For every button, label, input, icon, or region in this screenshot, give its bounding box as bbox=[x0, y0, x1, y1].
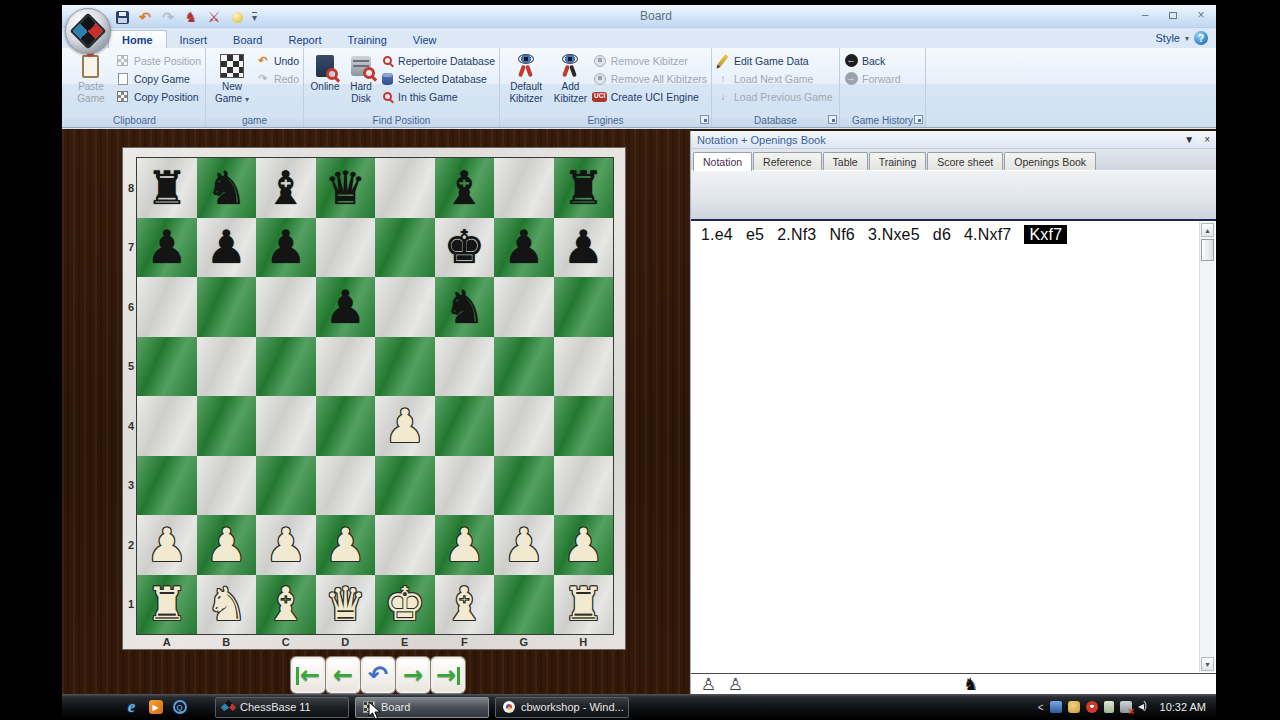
tray-expand-icon[interactable]: < bbox=[1038, 702, 1044, 713]
square-c1[interactable]: ♝C bbox=[256, 575, 316, 635]
back-circle-icon: ← bbox=[845, 54, 858, 67]
add-kibitzer-button[interactable]: Add Kibitzer bbox=[550, 51, 590, 106]
group-engines: Default Kibitzer Add Kibitzer Remove Kib… bbox=[500, 48, 712, 127]
search-computer-icon bbox=[316, 55, 334, 77]
back-button[interactable]: ← Back bbox=[844, 53, 901, 68]
mouse-cursor bbox=[368, 701, 382, 720]
square-g2[interactable]: ♟ bbox=[494, 515, 554, 575]
black-rook-piece: ♜ bbox=[146, 165, 187, 211]
group-game-history: ← Back → Forward Game History bbox=[840, 48, 926, 127]
group-label-game: game bbox=[206, 113, 303, 127]
file-label: E bbox=[375, 636, 435, 648]
forward-circle-icon: → bbox=[845, 72, 858, 85]
material-black-n: ♞ bbox=[963, 674, 978, 695]
square-d3[interactable] bbox=[316, 456, 376, 516]
black-bishop-piece: ♝ bbox=[265, 165, 306, 211]
black-knight-piece: ♞ bbox=[444, 284, 485, 330]
square-b2[interactable]: ♟ bbox=[197, 515, 257, 575]
group-database: Edit Game Data ↑ Load Next Game ↓ Load P… bbox=[712, 48, 840, 127]
move[interactable]: 3.Nxe5 bbox=[868, 226, 920, 243]
square-d6[interactable]: ♟ bbox=[316, 277, 376, 337]
qat-more-icon[interactable]: ▾ bbox=[252, 12, 257, 22]
browser-logo-icon bbox=[503, 701, 515, 713]
rank-label: 5 bbox=[126, 360, 136, 372]
undo-button[interactable]: ↶ Undo bbox=[256, 53, 299, 68]
new-game-dropdown-icon[interactable]: ▾ bbox=[245, 95, 249, 104]
square-a6[interactable]: 6 bbox=[137, 277, 197, 337]
tab-training-sheet[interactable]: Training bbox=[869, 152, 927, 170]
white-pawn-piece: ♟ bbox=[206, 522, 247, 568]
rank-label: 8 bbox=[126, 182, 136, 194]
move[interactable]: e5 bbox=[746, 226, 764, 243]
kibitzer-add-icon bbox=[559, 54, 581, 78]
file-label: D bbox=[316, 636, 376, 648]
previous-move-button[interactable]: ← bbox=[326, 657, 360, 693]
square-f6[interactable]: ♞ bbox=[435, 277, 495, 337]
tab-board[interactable]: Board bbox=[220, 31, 275, 48]
selected-database-button[interactable]: Selected Database bbox=[380, 71, 495, 86]
square-g4[interactable] bbox=[494, 396, 554, 456]
square-h6[interactable] bbox=[554, 277, 614, 337]
database-icon bbox=[382, 73, 393, 85]
square-e5[interactable] bbox=[375, 337, 435, 397]
kibitzer-remove-all-icon bbox=[594, 73, 606, 85]
square-d1[interactable]: ♛D bbox=[316, 575, 376, 635]
square-f1[interactable]: ♝F bbox=[435, 575, 495, 635]
white-king-piece: ♚ bbox=[384, 581, 425, 627]
takeback-button[interactable]: ↶ bbox=[361, 657, 395, 693]
system-tray: < 10:32 AM bbox=[1038, 701, 1216, 713]
black-pawn-piece: ♟ bbox=[146, 224, 187, 270]
group-find-position: Online Hard Disk Repertoire Database bbox=[304, 48, 500, 127]
go-to-end-button[interactable]: → bbox=[431, 657, 465, 693]
square-g5[interactable] bbox=[494, 337, 554, 397]
quick-launch: e ▶ Q bbox=[124, 700, 187, 715]
square-f8[interactable]: ♝ bbox=[435, 158, 495, 218]
group-game: New Game ▾ ↶ Undo ↷ Redo game bbox=[206, 48, 304, 127]
power-plug-icon[interactable] bbox=[1104, 701, 1114, 713]
square-h1[interactable]: ♜H bbox=[554, 575, 614, 635]
material-white-p: ♙ bbox=[701, 674, 716, 695]
square-g8[interactable] bbox=[494, 158, 554, 218]
file-label: A bbox=[137, 636, 197, 648]
copy-game-button[interactable]: Copy Game bbox=[116, 71, 201, 86]
chessbase-window: Board – × ↶ ↷ ♞ ⚔ ▾ Home Insert Board Re… bbox=[62, 5, 1216, 694]
move-navigation-bar: ← ← ↶ → → bbox=[291, 657, 465, 693]
square-a8[interactable]: ♜8 bbox=[137, 158, 197, 218]
group-clipboard: Paste Game Paste Position Copy Game bbox=[64, 48, 206, 127]
remove-all-kibitzers-button[interactable]: Remove All Kibitzers bbox=[593, 71, 707, 86]
search-red-icon bbox=[383, 92, 392, 101]
square-e4[interactable]: ♟ bbox=[375, 396, 435, 456]
rank-label: 6 bbox=[126, 301, 136, 313]
white-knight-piece: ♞ bbox=[206, 581, 247, 627]
square-f4[interactable] bbox=[435, 396, 495, 456]
black-pawn-piece: ♟ bbox=[325, 284, 366, 330]
position-grid-icon bbox=[117, 55, 128, 66]
tools-icon[interactable]: ⚔ bbox=[206, 9, 222, 25]
file-label: C bbox=[256, 636, 316, 648]
square-h4[interactable] bbox=[554, 396, 614, 456]
minimize-button[interactable]: – bbox=[1136, 8, 1154, 22]
kibitzer-icon[interactable]: ♞ bbox=[183, 9, 199, 25]
chessbase-logo-icon bbox=[70, 13, 107, 50]
tab-home[interactable]: Home bbox=[108, 30, 167, 48]
white-pawn-piece: ♟ bbox=[444, 522, 485, 568]
notation-panel: Notation + Openings Book ▼ × Notation Re… bbox=[690, 131, 1216, 694]
tab-insert[interactable]: Insert bbox=[167, 31, 221, 48]
screen: Board – × ↶ ↷ ♞ ⚔ ▾ Home Insert Board Re… bbox=[62, 5, 1216, 720]
position-grid-icon bbox=[117, 91, 128, 102]
square-g3[interactable] bbox=[494, 456, 554, 516]
square-d2[interactable]: ♟ bbox=[316, 515, 376, 575]
white-queen-piece: ♛ bbox=[325, 581, 366, 627]
black-pawn-piece: ♟ bbox=[265, 224, 306, 270]
white-pawn-piece: ♟ bbox=[325, 522, 366, 568]
square-c6[interactable] bbox=[256, 277, 316, 337]
load-next-game-button[interactable]: ↑ Load Next Game bbox=[716, 71, 833, 86]
black-bishop-piece: ♝ bbox=[444, 165, 485, 211]
notation-panel-header: Notation + Openings Book ▼ × bbox=[691, 131, 1216, 149]
search-disk-icon bbox=[351, 56, 371, 76]
square-a1[interactable]: ♜1A bbox=[137, 575, 197, 635]
notation-area[interactable]: 1.e4e52.Nf3Nf63.Nxe5d64.Nxf7Kxf7 ▲ ▼ bbox=[691, 219, 1216, 673]
chess-board[interactable]: ♜8♞♝♛♝♜♟7♟♟♚♟♟6♟♞54♟3♟2♟♟♟♟♟♟♜1A♞B♝C♛D♚E… bbox=[136, 157, 614, 635]
tray-security-icon[interactable] bbox=[1068, 701, 1080, 713]
square-h2[interactable]: ♟ bbox=[554, 515, 614, 575]
next-move-button[interactable]: → bbox=[396, 657, 430, 693]
square-e2[interactable] bbox=[375, 515, 435, 575]
panel-dropdown-icon[interactable]: ▼ bbox=[1184, 133, 1194, 147]
square-a2[interactable]: ♟2 bbox=[137, 515, 197, 575]
go-to-start-icon: ← bbox=[296, 663, 320, 687]
rank-label: 1 bbox=[126, 598, 136, 610]
undo-icon[interactable]: ↶ bbox=[137, 9, 153, 25]
white-pawn-piece: ♟ bbox=[265, 522, 306, 568]
engines-dialog-launcher[interactable] bbox=[700, 115, 709, 124]
square-h5[interactable] bbox=[554, 337, 614, 397]
repertoire-database-button[interactable]: Repertoire Database bbox=[380, 53, 495, 68]
white-pawn-piece: ♟ bbox=[384, 403, 425, 449]
forward-button[interactable]: → Forward bbox=[844, 71, 901, 86]
database-dialog-launcher[interactable] bbox=[828, 115, 837, 124]
square-a5[interactable]: 5 bbox=[137, 337, 197, 397]
white-pawn-piece: ♟ bbox=[503, 522, 544, 568]
new-board-icon bbox=[220, 54, 244, 78]
chessbase-logo-icon bbox=[221, 699, 237, 715]
square-c5[interactable] bbox=[256, 337, 316, 397]
panel-close-icon[interactable]: × bbox=[1204, 133, 1210, 147]
tab-table[interactable]: Table bbox=[823, 152, 868, 170]
bulb-icon[interactable] bbox=[229, 9, 245, 25]
load-previous-icon: ↓ bbox=[716, 90, 730, 103]
speaker-icon[interactable] bbox=[1138, 701, 1150, 713]
ribbon: Paste Game Paste Position Copy Game bbox=[62, 48, 1216, 128]
taskbar-button-chessbase[interactable]: ChessBase 11 bbox=[215, 697, 349, 718]
move[interactable]: 2.Nf3 bbox=[777, 226, 816, 243]
client-area: ♜8♞♝♛♝♜♟7♟♟♚♟♟6♟♞54♟3♟2♟♟♟♟♟♟♜1A♞B♝C♛D♚E… bbox=[62, 129, 1216, 694]
rank-label: 3 bbox=[126, 479, 136, 491]
taskbar: e ▶ Q ChessBase 11 Board cbworkshop - Wi… bbox=[62, 694, 1216, 720]
square-b3[interactable] bbox=[197, 456, 257, 516]
black-knight-piece: ♞ bbox=[206, 165, 247, 211]
move-list: 1.e4e52.Nf3Nf63.Nxe5d64.Nxf7Kxf7 bbox=[691, 221, 1216, 249]
taskbar-buttons: ChessBase 11 Board cbworkshop - Wind... bbox=[215, 697, 629, 718]
square-b1[interactable]: ♞B bbox=[197, 575, 257, 635]
previous-move-icon: ← bbox=[333, 663, 353, 687]
scroll-down-icon[interactable]: ▼ bbox=[1201, 657, 1214, 671]
white-bishop-piece: ♝ bbox=[265, 581, 306, 627]
square-h7[interactable]: ♟ bbox=[554, 218, 614, 278]
in-this-game-button[interactable]: In this Game bbox=[380, 89, 495, 104]
material-white-p: ♙ bbox=[728, 674, 743, 695]
next-move-icon: → bbox=[403, 663, 423, 687]
go-to-end-icon: → bbox=[436, 663, 460, 687]
tray-app-blue-icon[interactable] bbox=[1050, 701, 1062, 713]
help-icon[interactable]: ? bbox=[1194, 31, 1208, 45]
uci-badge-icon: UCI bbox=[592, 92, 607, 102]
square-f7[interactable]: ♚ bbox=[435, 218, 495, 278]
group-label-engines: Engines bbox=[500, 113, 711, 127]
square-f5[interactable] bbox=[435, 337, 495, 397]
takeback-icon: ↶ bbox=[368, 663, 388, 687]
tab-report[interactable]: Report bbox=[275, 31, 334, 48]
file-label: H bbox=[554, 636, 614, 648]
move[interactable]: d6 bbox=[933, 226, 951, 243]
tab-notation[interactable]: Notation bbox=[693, 152, 752, 171]
redo-button[interactable]: ↷ Redo bbox=[256, 71, 299, 86]
move[interactable]: 4.Nxf7 bbox=[964, 226, 1011, 243]
tab-training[interactable]: Training bbox=[334, 31, 399, 48]
file-label: G bbox=[494, 636, 554, 648]
edit-pencil-icon bbox=[717, 54, 728, 67]
restore-button[interactable] bbox=[1164, 8, 1182, 22]
tray-app-red-icon[interactable] bbox=[1086, 701, 1098, 713]
square-h3[interactable] bbox=[554, 456, 614, 516]
board-panel: ♜8♞♝♛♝♜♟7♟♟♚♟♟6♟♞54♟3♟2♟♟♟♟♟♟♜1A♞B♝C♛D♚E… bbox=[62, 129, 690, 694]
square-b8[interactable]: ♞ bbox=[197, 158, 257, 218]
game-history-dialog-launcher[interactable] bbox=[914, 115, 923, 124]
style-button[interactable]: Style bbox=[1156, 32, 1180, 44]
square-g1[interactable]: G bbox=[494, 575, 554, 635]
white-rook-piece: ♜ bbox=[146, 581, 187, 627]
save-icon[interactable] bbox=[114, 9, 130, 25]
load-previous-game-button[interactable]: ↓ Load Previous Game bbox=[716, 89, 833, 104]
file-label: B bbox=[197, 636, 257, 648]
create-uci-engine-button[interactable]: UCI Create UCI Engine bbox=[593, 89, 707, 104]
square-c4[interactable] bbox=[256, 396, 316, 456]
kibitzer-icon bbox=[515, 54, 537, 78]
black-pawn-piece: ♟ bbox=[563, 224, 604, 270]
rank-label: 4 bbox=[126, 420, 136, 432]
group-label-database: Database bbox=[712, 113, 839, 127]
network-error-icon[interactable] bbox=[1120, 701, 1132, 713]
square-e8[interactable] bbox=[375, 158, 435, 218]
white-bishop-piece: ♝ bbox=[444, 581, 485, 627]
square-c7[interactable]: ♟ bbox=[256, 218, 316, 278]
ribbon-tab-row: Home Insert Board Report Training View S… bbox=[62, 28, 1216, 48]
square-d5[interactable] bbox=[316, 337, 376, 397]
square-b7[interactable]: ♟ bbox=[197, 218, 257, 278]
redo-arrow-icon: ↷ bbox=[256, 72, 270, 85]
rank-label: 7 bbox=[126, 241, 136, 253]
copy-page-icon bbox=[118, 73, 128, 85]
square-h8[interactable]: ♜ bbox=[554, 158, 614, 218]
move-current[interactable]: Kxf7 bbox=[1024, 225, 1067, 244]
scrollbar-thumb[interactable] bbox=[1201, 239, 1214, 261]
square-a7[interactable]: ♟7 bbox=[137, 218, 197, 278]
internet-explorer-icon[interactable]: e bbox=[124, 700, 139, 715]
file-label: F bbox=[435, 636, 495, 648]
notation-panel-title: Notation + Openings Book bbox=[697, 134, 826, 146]
restore-icon bbox=[1169, 12, 1177, 19]
quick-access-toolbar: ↶ ↷ ♞ ⚔ ▾ bbox=[114, 9, 257, 25]
white-rook-piece: ♜ bbox=[563, 581, 604, 627]
edit-game-data-button[interactable]: Edit Game Data bbox=[716, 53, 833, 68]
load-next-icon: ↑ bbox=[716, 72, 730, 85]
tab-view[interactable]: View bbox=[400, 31, 450, 48]
black-pawn-piece: ♟ bbox=[503, 224, 544, 270]
white-pawn-piece: ♟ bbox=[563, 522, 604, 568]
paste-position-button[interactable]: Paste Position bbox=[116, 53, 201, 68]
remove-kibitzer-button[interactable]: Remove Kibitzer bbox=[593, 53, 707, 68]
search-red-icon bbox=[383, 56, 392, 65]
quicktime-icon[interactable]: Q bbox=[172, 700, 187, 715]
material-balance-strip: ♙♙♞ bbox=[691, 673, 1216, 694]
hard-disk-button[interactable]: Hard Disk bbox=[344, 51, 378, 106]
notation-scrollbar[interactable]: ▲ ▼ bbox=[1199, 222, 1215, 672]
application-orb-button[interactable] bbox=[65, 8, 111, 54]
square-b6[interactable] bbox=[197, 277, 257, 337]
square-g6[interactable] bbox=[494, 277, 554, 337]
square-a4[interactable]: 4 bbox=[137, 396, 197, 456]
close-button[interactable]: × bbox=[1192, 8, 1210, 22]
tab-reference[interactable]: Reference bbox=[753, 152, 821, 170]
square-g7[interactable]: ♟ bbox=[494, 218, 554, 278]
black-pawn-piece: ♟ bbox=[206, 224, 247, 270]
online-button[interactable]: Online bbox=[308, 51, 342, 95]
go-to-start-button[interactable]: ← bbox=[291, 657, 325, 693]
redo-icon[interactable]: ↷ bbox=[160, 9, 176, 25]
undo-arrow-icon: ↶ bbox=[256, 54, 270, 67]
square-b5[interactable] bbox=[197, 337, 257, 397]
black-queen-piece: ♛ bbox=[325, 165, 366, 211]
square-e7[interactable] bbox=[375, 218, 435, 278]
black-king-piece: ♚ bbox=[444, 224, 485, 270]
square-d8[interactable]: ♛ bbox=[316, 158, 376, 218]
board-frame: ♜8♞♝♛♝♜♟7♟♟♚♟♟6♟♞54♟3♟2♟♟♟♟♟♟♜1A♞B♝C♛D♚E… bbox=[122, 147, 626, 650]
white-pawn-piece: ♟ bbox=[146, 522, 187, 568]
square-f2[interactable]: ♟ bbox=[435, 515, 495, 575]
square-c3[interactable] bbox=[256, 456, 316, 516]
new-game-button[interactable]: New Game ▾ bbox=[210, 51, 254, 106]
tab-openings-book[interactable]: Openings Book bbox=[1004, 152, 1096, 170]
move[interactable]: 1.e4 bbox=[701, 226, 733, 243]
style-dropdown-icon[interactable]: ▾ bbox=[1185, 34, 1189, 43]
notation-toolbar-area bbox=[691, 170, 1216, 219]
square-d4[interactable] bbox=[316, 396, 376, 456]
tab-score-sheet[interactable]: Score sheet bbox=[927, 152, 1003, 170]
square-d7[interactable] bbox=[316, 218, 376, 278]
black-rook-piece: ♜ bbox=[563, 165, 604, 211]
square-e1[interactable]: ♚E bbox=[375, 575, 435, 635]
taskbar-button-cbworkshop[interactable]: cbworkshop - Wind... bbox=[495, 697, 629, 718]
move[interactable]: Nf6 bbox=[829, 226, 855, 243]
square-e3[interactable] bbox=[375, 456, 435, 516]
group-label-clipboard: Clipboard bbox=[64, 113, 205, 127]
default-kibitzer-button[interactable]: Default Kibitzer bbox=[504, 51, 548, 106]
media-player-icon[interactable]: ▶ bbox=[148, 700, 163, 715]
paste-game-button[interactable]: Paste Game bbox=[68, 51, 114, 106]
group-label-find-position: Find Position bbox=[304, 113, 499, 127]
group-label-game-history: Game History bbox=[840, 113, 925, 127]
square-e6[interactable] bbox=[375, 277, 435, 337]
square-c8[interactable]: ♝ bbox=[256, 158, 316, 218]
square-a3[interactable]: 3 bbox=[137, 456, 197, 516]
notation-tabs: Notation Reference Table Training Score … bbox=[691, 149, 1216, 170]
kibitzer-remove-icon bbox=[594, 55, 606, 67]
scroll-up-icon[interactable]: ▲ bbox=[1201, 223, 1214, 237]
square-b4[interactable] bbox=[197, 396, 257, 456]
taskbar-clock: 10:32 AM bbox=[1160, 701, 1206, 713]
clipboard-icon bbox=[82, 55, 99, 78]
square-c2[interactable]: ♟ bbox=[256, 515, 316, 575]
copy-position-button[interactable]: Copy Position bbox=[116, 89, 201, 104]
rank-label: 2 bbox=[126, 539, 136, 551]
square-f3[interactable] bbox=[435, 456, 495, 516]
window-title: Board bbox=[640, 9, 672, 23]
